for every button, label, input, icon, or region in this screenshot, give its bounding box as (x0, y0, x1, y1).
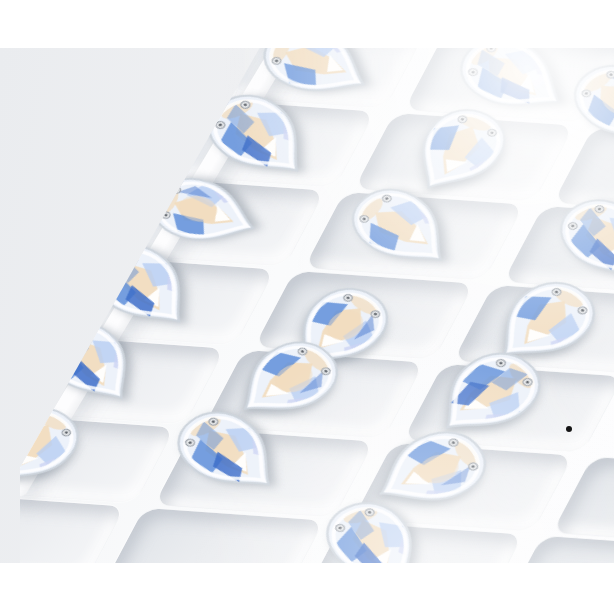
black-speck (566, 426, 572, 432)
photo-area (0, 48, 614, 563)
product-photo (0, 0, 614, 614)
